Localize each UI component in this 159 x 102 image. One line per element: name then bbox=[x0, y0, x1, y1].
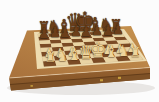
pieces-layer: ♜♞♝♛♚♝♞♜♟♟♟♟♟♟♟♟♟♟♟♟♟♟♟♟♜♞♝♛♚♝♞♜ bbox=[0, 0, 159, 102]
piece-black-pawn-f7[interactable]: ♟ bbox=[91, 23, 102, 38]
chess-set-photo: ♜♞♝♛♚♝♞♜♟♟♟♟♟♟♟♟♟♟♟♟♟♟♟♟♜♞♝♛♚♝♞♜ bbox=[0, 0, 159, 102]
piece-black-pawn-h7[interactable]: ♟ bbox=[112, 22, 123, 37]
piece-white-knight-b1[interactable]: ♞ bbox=[56, 49, 68, 64]
piece-white-rook-h1[interactable]: ♜ bbox=[130, 45, 141, 59]
piece-white-knight-g1[interactable]: ♞ bbox=[117, 44, 129, 59]
piece-black-pawn-a7[interactable]: ♟ bbox=[38, 25, 49, 40]
piece-white-bishop-f1[interactable]: ♝ bbox=[104, 44, 117, 60]
piece-white-rook-a1[interactable]: ♜ bbox=[44, 51, 55, 65]
